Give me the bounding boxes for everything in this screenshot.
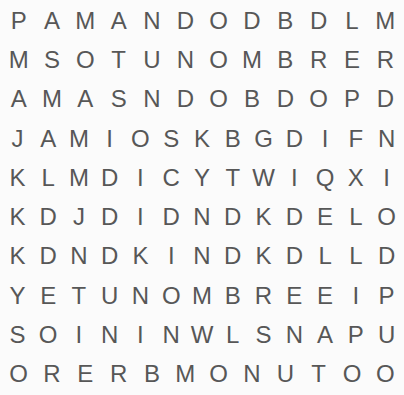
grid-cell[interactable]: O xyxy=(371,205,402,229)
grid-cell[interactable]: N xyxy=(156,323,187,347)
grid-row: MSOTUNOMBRER xyxy=(2,40,402,79)
grid-cell[interactable]: I xyxy=(371,166,402,190)
grid-cell[interactable]: U xyxy=(371,323,402,347)
grid-cell[interactable]: B xyxy=(269,9,302,33)
grid-row: SOININWLSNAPU xyxy=(2,315,402,354)
grid-cell[interactable]: M xyxy=(64,127,95,151)
grid-cell[interactable]: K xyxy=(2,166,33,190)
grid-cell[interactable]: B xyxy=(135,362,168,386)
grid-cell[interactable]: S xyxy=(248,323,279,347)
grid-cell[interactable]: M xyxy=(69,9,102,33)
grid-cell[interactable]: L xyxy=(33,166,64,190)
grid-cell[interactable]: W xyxy=(187,323,218,347)
grid-row: JAMIOSKBGDIFN xyxy=(2,119,402,158)
grid-cell[interactable]: O xyxy=(125,127,156,151)
grid-cell[interactable]: I xyxy=(125,323,156,347)
grid-cell[interactable]: K xyxy=(2,244,33,268)
grid-cell[interactable]: S xyxy=(156,127,187,151)
grid-cell[interactable]: N xyxy=(125,284,156,308)
grid-cell[interactable]: A xyxy=(2,87,35,111)
grid-cell[interactable]: N xyxy=(135,87,168,111)
grid-cell[interactable]: D xyxy=(369,87,402,111)
grid-cell[interactable]: O xyxy=(2,362,35,386)
grid-cell[interactable]: M xyxy=(64,166,95,190)
grid-cell[interactable]: E xyxy=(335,48,368,72)
grid-cell[interactable]: O xyxy=(202,362,235,386)
grid-cell[interactable]: D xyxy=(94,166,125,190)
grid-cell[interactable]: L xyxy=(217,323,248,347)
grid-cell[interactable]: A xyxy=(310,323,341,347)
grid-cell[interactable]: N xyxy=(279,323,310,347)
grid-cell[interactable]: P xyxy=(2,9,35,33)
grid-cell[interactable]: D xyxy=(302,9,335,33)
grid-row: ORERBMONUTOO xyxy=(2,355,402,394)
grid-cell[interactable]: N xyxy=(94,323,125,347)
grid-cell[interactable]: S xyxy=(35,48,68,72)
grid-cell[interactable]: D xyxy=(169,87,202,111)
grid-cell[interactable]: O xyxy=(202,9,235,33)
grid-cell[interactable]: I xyxy=(125,205,156,229)
grid-cell[interactable]: M xyxy=(187,284,218,308)
grid-cell[interactable]: N xyxy=(64,244,95,268)
grid-row: KLMDICYTWIQXI xyxy=(2,158,402,197)
grid-cell[interactable]: N xyxy=(169,48,202,72)
grid-cell[interactable]: D xyxy=(169,9,202,33)
grid-cell[interactable]: O xyxy=(33,323,64,347)
grid-cell[interactable]: L xyxy=(340,205,371,229)
grid-row: AMASNDOBDOPD xyxy=(2,80,402,119)
grid-cell[interactable]: W xyxy=(248,166,279,190)
grid-cell[interactable]: C xyxy=(156,166,187,190)
grid-cell[interactable]: A xyxy=(69,87,102,111)
grid-cell[interactable]: L xyxy=(340,244,371,268)
grid-cell[interactable]: E xyxy=(69,362,102,386)
grid-cell[interactable]: N xyxy=(187,244,218,268)
grid-cell[interactable]: O xyxy=(335,362,368,386)
grid-cell[interactable]: D xyxy=(94,205,125,229)
grid-cell[interactable]: D xyxy=(279,205,310,229)
grid-row: PAMANDODBDLM xyxy=(2,1,402,40)
grid-cell[interactable]: K xyxy=(187,127,218,151)
grid-cell[interactable]: D xyxy=(156,205,187,229)
grid-cell[interactable]: D xyxy=(371,244,402,268)
grid-cell[interactable]: R xyxy=(369,48,402,72)
grid-cell[interactable]: J xyxy=(2,127,33,151)
grid-cell[interactable]: I xyxy=(310,127,341,151)
grid-cell[interactable]: O xyxy=(369,362,402,386)
grid-cell[interactable]: U xyxy=(135,48,168,72)
grid-cell[interactable]: X xyxy=(340,166,371,190)
grid-cell[interactable]: D xyxy=(269,87,302,111)
grid-cell[interactable]: G xyxy=(248,127,279,151)
grid-cell[interactable]: K xyxy=(2,205,33,229)
grid-cell[interactable]: L xyxy=(310,244,341,268)
grid-cell[interactable]: M xyxy=(2,48,35,72)
grid-cell[interactable]: I xyxy=(125,166,156,190)
grid-cell[interactable]: N xyxy=(187,205,218,229)
grid-cell[interactable]: L xyxy=(335,9,368,33)
grid-cell[interactable]: P xyxy=(371,284,402,308)
grid-cell[interactable]: I xyxy=(156,244,187,268)
grid-cell[interactable]: O xyxy=(156,284,187,308)
grid-row: KDNDKINDKDLLD xyxy=(2,237,402,276)
grid-cell[interactable]: J xyxy=(64,205,95,229)
grid-cell[interactable]: P xyxy=(340,323,371,347)
grid-cell[interactable]: B xyxy=(235,87,268,111)
grid-cell[interactable]: B xyxy=(217,127,248,151)
grid-row: YETUNOMBREEIP xyxy=(2,276,402,315)
grid-cell[interactable]: T xyxy=(302,362,335,386)
grid-cell[interactable]: D xyxy=(217,205,248,229)
grid-cell[interactable]: T xyxy=(217,166,248,190)
grid-cell[interactable]: S xyxy=(2,323,33,347)
grid-cell[interactable]: U xyxy=(94,284,125,308)
grid-cell[interactable]: N xyxy=(235,362,268,386)
grid-cell[interactable]: M xyxy=(369,9,402,33)
grid-cell[interactable]: Q xyxy=(310,166,341,190)
grid-cell[interactable]: N xyxy=(371,127,402,151)
grid-cell[interactable]: I xyxy=(94,127,125,151)
grid-cell[interactable]: R xyxy=(302,48,335,72)
grid-cell[interactable]: D xyxy=(235,9,268,33)
grid-cell[interactable]: O xyxy=(69,48,102,72)
grid-cell[interactable]: M xyxy=(169,362,202,386)
grid-cell[interactable]: A xyxy=(35,9,68,33)
grid-cell[interactable]: I xyxy=(279,166,310,190)
grid-cell[interactable]: N xyxy=(135,9,168,33)
grid-cell[interactable]: E xyxy=(310,284,341,308)
grid-cell[interactable]: T xyxy=(64,284,95,308)
grid-cell[interactable]: E xyxy=(310,205,341,229)
grid-cell[interactable]: F xyxy=(340,127,371,151)
grid-cell[interactable]: M xyxy=(235,48,268,72)
grid-cell[interactable]: E xyxy=(279,284,310,308)
grid-cell[interactable]: R xyxy=(248,284,279,308)
grid-cell[interactable]: Y xyxy=(187,166,218,190)
grid-cell[interactable]: A xyxy=(102,9,135,33)
grid-cell[interactable]: D xyxy=(33,205,64,229)
grid-cell[interactable]: O xyxy=(302,87,335,111)
grid-cell[interactable]: U xyxy=(269,362,302,386)
grid-cell[interactable]: B xyxy=(269,48,302,72)
word-search-grid: PAMANDODBDLMMSOTUNOMBRERAMASNDOBDOPDJAMI… xyxy=(0,0,404,395)
grid-cell[interactable]: T xyxy=(102,48,135,72)
grid-cell[interactable]: D xyxy=(33,244,64,268)
grid-row: KDJDIDNDKDELO xyxy=(2,197,402,236)
grid-cell[interactable]: D xyxy=(94,244,125,268)
grid-cell[interactable]: O xyxy=(202,87,235,111)
grid-cell[interactable]: M xyxy=(35,87,68,111)
grid-cell[interactable]: R xyxy=(102,362,135,386)
grid-cell[interactable]: K xyxy=(248,244,279,268)
grid-cell[interactable]: S xyxy=(102,87,135,111)
grid-cell[interactable]: I xyxy=(340,284,371,308)
grid-cell[interactable]: D xyxy=(279,244,310,268)
grid-cell[interactable]: I xyxy=(64,323,95,347)
grid-cell[interactable]: O xyxy=(202,48,235,72)
grid-cell[interactable]: B xyxy=(217,284,248,308)
grid-cell[interactable]: R xyxy=(35,362,68,386)
grid-cell[interactable]: E xyxy=(33,284,64,308)
grid-cell[interactable]: D xyxy=(217,244,248,268)
grid-cell[interactable]: P xyxy=(335,87,368,111)
grid-cell[interactable]: D xyxy=(279,127,310,151)
grid-cell[interactable]: K xyxy=(125,244,156,268)
grid-cell[interactable]: K xyxy=(248,205,279,229)
grid-cell[interactable]: Y xyxy=(2,284,33,308)
grid-cell[interactable]: A xyxy=(33,127,64,151)
